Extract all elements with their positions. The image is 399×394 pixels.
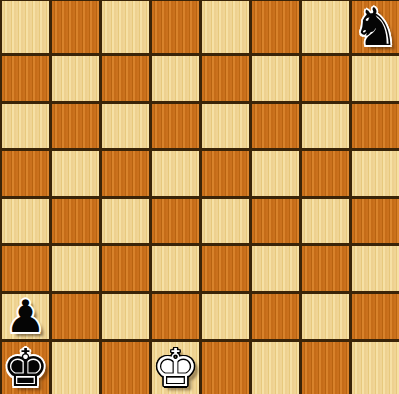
square-h6[interactable]: [352, 104, 399, 149]
square-e1[interactable]: [202, 342, 249, 394]
square-e2[interactable]: [202, 294, 249, 339]
square-e3[interactable]: [202, 246, 249, 291]
square-f2[interactable]: [252, 294, 299, 339]
piece-black-pawn[interactable]: ♟: [5, 294, 45, 339]
chess-board: ♞♟♚♚: [0, 0, 399, 394]
square-c5[interactable]: [102, 151, 149, 196]
square-a6[interactable]: [2, 104, 49, 149]
square-g1[interactable]: [302, 342, 349, 394]
square-a4[interactable]: [2, 199, 49, 244]
square-f7[interactable]: [252, 56, 299, 101]
square-c6[interactable]: [102, 104, 149, 149]
square-a1[interactable]: ♚: [2, 342, 49, 394]
square-d8[interactable]: [152, 1, 199, 53]
square-b8[interactable]: [52, 1, 99, 53]
square-f5[interactable]: [252, 151, 299, 196]
square-g3[interactable]: [302, 246, 349, 291]
square-h5[interactable]: [352, 151, 399, 196]
square-c8[interactable]: [102, 1, 149, 53]
square-d4[interactable]: [152, 199, 199, 244]
square-a3[interactable]: [2, 246, 49, 291]
square-b2[interactable]: [52, 294, 99, 339]
square-f6[interactable]: [252, 104, 299, 149]
piece-black-knight[interactable]: ♞: [352, 1, 399, 53]
square-h4[interactable]: [352, 199, 399, 244]
square-b5[interactable]: [52, 151, 99, 196]
square-a5[interactable]: [2, 151, 49, 196]
square-a8[interactable]: [2, 1, 49, 53]
square-e6[interactable]: [202, 104, 249, 149]
square-d1[interactable]: ♚: [152, 342, 199, 394]
square-b3[interactable]: [52, 246, 99, 291]
square-c2[interactable]: [102, 294, 149, 339]
square-f1[interactable]: [252, 342, 299, 394]
square-f3[interactable]: [252, 246, 299, 291]
square-f4[interactable]: [252, 199, 299, 244]
square-g6[interactable]: [302, 104, 349, 149]
square-g2[interactable]: [302, 294, 349, 339]
square-h2[interactable]: [352, 294, 399, 339]
square-e7[interactable]: [202, 56, 249, 101]
square-e5[interactable]: [202, 151, 249, 196]
square-g4[interactable]: [302, 199, 349, 244]
square-c1[interactable]: [102, 342, 149, 394]
piece-white-king[interactable]: ♚: [152, 342, 199, 394]
square-d6[interactable]: [152, 104, 199, 149]
square-h8[interactable]: ♞: [352, 1, 399, 53]
square-d5[interactable]: [152, 151, 199, 196]
square-d3[interactable]: [152, 246, 199, 291]
square-c7[interactable]: [102, 56, 149, 101]
square-c3[interactable]: [102, 246, 149, 291]
square-h7[interactable]: [352, 56, 399, 101]
square-c4[interactable]: [102, 199, 149, 244]
square-b1[interactable]: [52, 342, 99, 394]
square-e8[interactable]: [202, 1, 249, 53]
square-h1[interactable]: [352, 342, 399, 394]
square-b4[interactable]: [52, 199, 99, 244]
square-g8[interactable]: [302, 1, 349, 53]
square-f8[interactable]: [252, 1, 299, 53]
square-b6[interactable]: [52, 104, 99, 149]
square-b7[interactable]: [52, 56, 99, 101]
square-h3[interactable]: [352, 246, 399, 291]
square-a7[interactable]: [2, 56, 49, 101]
square-g5[interactable]: [302, 151, 349, 196]
square-d7[interactable]: [152, 56, 199, 101]
square-a2[interactable]: ♟: [2, 294, 49, 339]
square-e4[interactable]: [202, 199, 249, 244]
square-d2[interactable]: [152, 294, 199, 339]
piece-black-king[interactable]: ♚: [2, 342, 49, 394]
square-g7[interactable]: [302, 56, 349, 101]
